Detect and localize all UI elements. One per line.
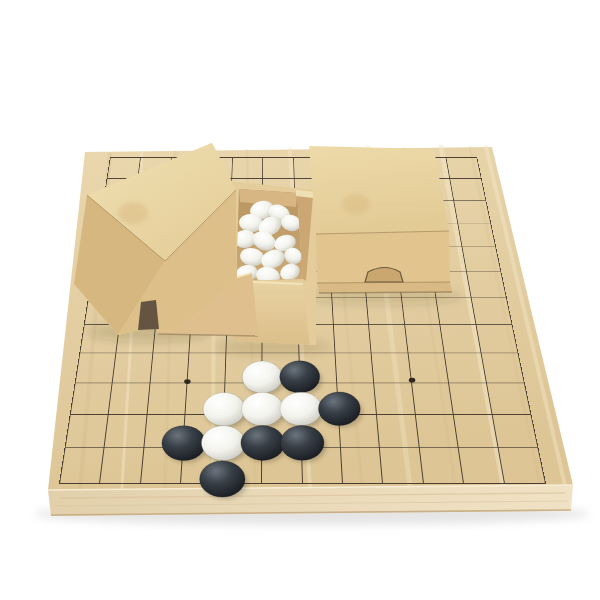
closed-box-ground-edge	[319, 292, 452, 293]
lid-thumb-notch	[138, 300, 159, 330]
closed-box-lid-top	[309, 146, 449, 234]
boxes-layer	[0, 0, 600, 600]
lid-stain	[118, 202, 148, 224]
stone-box-closed	[309, 146, 452, 293]
closed-box-stain	[342, 194, 370, 214]
closed-box-bottom-strip	[317, 282, 452, 293]
go-set-photo	[0, 0, 600, 600]
